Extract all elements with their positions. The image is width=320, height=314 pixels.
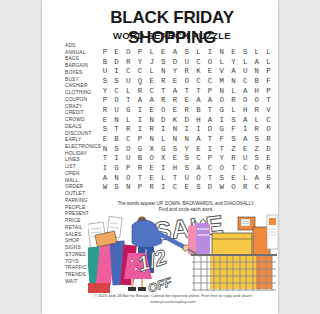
grid-cell-r4c8[interactable]: O — [181, 77, 193, 87]
shoe — [138, 287, 146, 291]
grid-cell-r8c12[interactable]: S — [228, 116, 240, 126]
grid-cell-r7c14[interactable]: R — [251, 106, 263, 116]
grid-cell-r5c2[interactable]: C — [111, 87, 123, 97]
grid-cell-r4c12[interactable]: N — [228, 77, 240, 87]
grid-cell-r6c7[interactable]: R — [169, 96, 181, 106]
grid-cell-r5c3[interactable]: L — [122, 87, 134, 97]
grid-cell-r7c10[interactable]: T — [204, 106, 216, 116]
grid-cell-r3c15[interactable]: P — [263, 67, 275, 77]
grid-cell-r6c3[interactable]: T — [122, 96, 134, 106]
grid-cell-r2c6[interactable]: S — [157, 58, 169, 68]
word-list-item: DEALS — [65, 124, 101, 131]
word-list-item: BAGS — [65, 56, 101, 63]
grid-cell-r10c4[interactable]: P — [134, 135, 146, 145]
grid-cell-r2c7[interactable]: D — [169, 58, 181, 68]
grid-cell-r5c13[interactable]: A — [239, 87, 251, 97]
grid-cell-r13c12[interactable]: T — [228, 164, 240, 174]
grid-cell-r6c10[interactable]: A — [204, 96, 216, 106]
grid-cell-r9c7[interactable]: N — [169, 125, 181, 135]
grid-cell-r13c10[interactable]: C — [204, 164, 216, 174]
grid-cell-r1c5[interactable]: L — [146, 48, 158, 58]
grid-cell-r14c3[interactable]: O — [122, 174, 134, 184]
grid-cell-r12c1[interactable]: T — [99, 154, 111, 164]
grid-cell-r14c6[interactable]: L — [157, 174, 169, 184]
grid-cell-r15c13[interactable]: R — [239, 183, 251, 193]
grid-cell-r12c5[interactable]: O — [146, 154, 158, 164]
grid-cell-r5c10[interactable]: P — [204, 87, 216, 97]
grid-cell-r13c9[interactable]: A — [193, 164, 205, 174]
word-list-item: HOLIDAY — [65, 151, 101, 158]
grid-cell-r7c4[interactable]: I — [134, 106, 146, 116]
grid-cell-r9c2[interactable]: T — [111, 125, 123, 135]
word-list-item: LIST — [65, 164, 101, 171]
grid-cell-r13c8[interactable]: S — [181, 164, 193, 174]
word-list-item: CREDIT — [65, 110, 101, 117]
grid-cell-r9c9[interactable]: I — [193, 125, 205, 135]
grid-cell-r12c10[interactable]: P — [204, 154, 216, 164]
grid-cell-r8c10[interactable]: A — [204, 116, 216, 126]
grid-cell-r15c12[interactable]: O — [228, 183, 240, 193]
grid-cell-r7c15[interactable]: V — [263, 106, 275, 116]
word-list-item: LINES — [65, 157, 101, 164]
grid-cell-r6c6[interactable]: R — [157, 96, 169, 106]
grid-cell-r13c15[interactable]: R — [263, 164, 275, 174]
grid-cell-r14c13[interactable]: L — [239, 174, 251, 184]
grid-cell-r12c7[interactable]: E — [169, 154, 181, 164]
grid-cell-r10c14[interactable]: S — [251, 135, 263, 145]
grid-cell-r9c5[interactable]: R — [146, 125, 158, 135]
grid-cell-r13c5[interactable]: E — [146, 164, 158, 174]
grid-cell-r2c9[interactable]: C — [193, 58, 205, 68]
grid-cell-r3c2[interactable]: I — [111, 67, 123, 77]
grid-cell-r9c6[interactable]: I — [157, 125, 169, 135]
letter-grid: PEOPLEASLINESLLBDRYJSDUCOLYLALUICCLNYRKE… — [99, 48, 274, 193]
grid-cell-r13c4[interactable]: R — [134, 164, 146, 174]
grid-cell-r14c7[interactable]: T — [169, 174, 181, 184]
grid-cell-r1c15[interactable]: L — [263, 48, 275, 58]
grid-cell-r13c3[interactable]: P — [122, 164, 134, 174]
grid-cell-r3c11[interactable]: V — [216, 67, 228, 77]
grid-cell-r6c5[interactable]: A — [146, 96, 158, 106]
grid-cell-r2c11[interactable]: L — [216, 58, 228, 68]
grid-cell-r9c12[interactable]: F — [228, 125, 240, 135]
grid-cell-r8c13[interactable]: A — [239, 116, 251, 126]
grid-cell-r8c8[interactable]: D — [181, 116, 193, 126]
grid-cell-r3c13[interactable]: U — [239, 67, 251, 77]
grid-cell-r2c3[interactable]: R — [122, 58, 134, 68]
grid-cell-r7c2[interactable]: U — [111, 106, 123, 116]
grid-cell-r2c8[interactable]: U — [181, 58, 193, 68]
grid-cell-r8c14[interactable]: L — [251, 116, 263, 126]
grid-cell-r1c11[interactable]: N — [216, 48, 228, 58]
footer: © 2020 Jodi Jill Not for Resale. Cannot … — [70, 294, 276, 305]
grid-cell-r15c9[interactable]: S — [193, 183, 205, 193]
grid-cell-r4c1[interactable]: S — [99, 77, 111, 87]
grid-cell-r2c5[interactable]: J — [146, 58, 158, 68]
grid-cell-r6c2[interactable]: O — [111, 96, 123, 106]
grid-cell-r13c1[interactable]: I — [99, 164, 111, 174]
grid-cell-r8c5[interactable]: N — [146, 116, 158, 126]
word-list-item: ORDER — [65, 184, 101, 191]
grid-cell-r13c2[interactable]: G — [111, 164, 123, 174]
yellow-box — [212, 233, 252, 255]
grid-cell-r11c15[interactable]: D — [263, 145, 275, 155]
word-list-item: CLOTHING — [65, 90, 101, 97]
grid-cell-r6c13[interactable]: O — [239, 96, 251, 106]
grid-cell-r10c3[interactable]: C — [122, 135, 134, 145]
grid-cell-r15c15[interactable]: K — [263, 183, 275, 193]
grid-cell-r2c12[interactable]: Y — [228, 58, 240, 68]
grid-cell-r7c5[interactable]: E — [146, 106, 158, 116]
grid-cell-r5c11[interactable]: N — [216, 87, 228, 97]
grid-cell-r10c1[interactable]: E — [99, 135, 111, 145]
grid-cell-r4c3[interactable]: U — [122, 77, 134, 87]
instructions-line1: The words appear UP, DOWN, BACKWARDS, an… — [97, 201, 275, 207]
grid-cell-r8c6[interactable]: D — [157, 116, 169, 126]
grid-cell-r9c3[interactable]: R — [122, 125, 134, 135]
grid-cell-r12c4[interactable]: B — [134, 154, 146, 164]
grid-cell-r2c10[interactable]: O — [204, 58, 216, 68]
grid-cell-r2c1[interactable]: B — [99, 58, 111, 68]
word-list-item: EARLY — [65, 137, 101, 144]
grid-cell-r4c9[interactable]: C — [193, 77, 205, 87]
grid-cell-r8c4[interactable]: I — [134, 116, 146, 126]
grid-cell-r12c15[interactable]: E — [263, 154, 275, 164]
grid-cell-r14c5[interactable]: E — [146, 174, 158, 184]
grid-cell-r8c7[interactable]: K — [169, 116, 181, 126]
grid-cell-r12c8[interactable]: S — [181, 154, 193, 164]
grid-cell-r6c12[interactable]: R — [228, 96, 240, 106]
price-tag — [241, 219, 250, 226]
grid-cell-r15c10[interactable]: D — [204, 183, 216, 193]
grid-cell-r3c14[interactable]: N — [251, 67, 263, 77]
grid-cell-r5c1[interactable]: Y — [99, 87, 111, 97]
website-url: www.puzzlestoplay.com — [70, 299, 276, 305]
word-list-item: BOXES — [65, 70, 101, 77]
grid-cell-r6c4[interactable]: A — [134, 96, 146, 106]
grid-cell-r1c13[interactable]: S — [239, 48, 251, 58]
grid-cell-r14c11[interactable]: S — [216, 174, 228, 184]
grid-cell-r9c1[interactable]: S — [99, 125, 111, 135]
grid-cell-r7c8[interactable]: R — [181, 106, 193, 116]
word-list-item: OPEN — [65, 171, 101, 178]
grid-cell-r13c13[interactable]: C — [239, 164, 251, 174]
word-list-item: CRAZY — [65, 104, 101, 111]
grid-cell-r3c5[interactable]: L — [146, 67, 158, 77]
grid-cell-r15c5[interactable]: R — [146, 183, 158, 193]
grid-cell-r12c13[interactable]: U — [239, 154, 251, 164]
grid-cell-r15c14[interactable]: C — [251, 183, 263, 193]
grid-cell-r3c12[interactable]: A — [228, 67, 240, 77]
grid-cell-r6c14[interactable]: O — [251, 96, 263, 106]
grid-cell-r11c6[interactable]: G — [157, 145, 169, 155]
grid-cell-r13c6[interactable]: I — [157, 164, 169, 174]
grid-cell-r10c11[interactable]: F — [216, 135, 228, 145]
grid-cell-r14c12[interactable]: E — [228, 174, 240, 184]
word-list-item: OUTLET — [65, 191, 101, 198]
word-list-item: MALL — [65, 178, 101, 185]
grid-cell-r14c2[interactable]: N — [111, 174, 123, 184]
grid-cell-r7c12[interactable]: L — [228, 106, 240, 116]
grid-cell-r3c7[interactable]: Y — [169, 67, 181, 77]
grid-cell-r5c8[interactable]: T — [181, 87, 193, 97]
grid-cell-r3c3[interactable]: C — [122, 67, 134, 77]
grid-cell-r11c8[interactable]: Y — [181, 145, 193, 155]
grid-cell-r7c6[interactable]: O — [157, 106, 169, 116]
grid-cell-r4c4[interactable]: Q — [134, 77, 146, 87]
grid-cell-r1c2[interactable]: E — [111, 48, 123, 58]
word-list-item: CROWD — [65, 117, 101, 124]
grid-cell-r3c1[interactable]: U — [99, 67, 111, 77]
grid-cell-r12c2[interactable]: I — [111, 154, 123, 164]
grid-cell-r6c1[interactable]: P — [99, 96, 111, 106]
grid-cell-r14c8[interactable]: U — [181, 174, 193, 184]
grid-cell-r1c8[interactable]: S — [181, 48, 193, 58]
grid-cell-r4c11[interactable]: M — [216, 77, 228, 87]
grid-cell-r7c7[interactable]: E — [169, 106, 181, 116]
instructions: The words appear UP, DOWN, BACKWARDS, an… — [97, 201, 275, 213]
grid-cell-r4c13[interactable]: C — [239, 77, 251, 87]
word-list-item: PEOPLE — [65, 205, 101, 212]
grid-cell-r4c5[interactable]: E — [146, 77, 158, 87]
grid-cell-r9c10[interactable]: D — [204, 125, 216, 135]
grid-cell-r6c11[interactable]: O — [216, 96, 228, 106]
red-cloth — [88, 283, 110, 293]
page-subtitle: WORD SEARCH PUZZLE — [68, 30, 276, 41]
grid-cell-r15c4[interactable]: P — [134, 183, 146, 193]
grid-cell-r13c11[interactable]: O — [216, 164, 228, 174]
grid-cell-r9c8[interactable]: I — [181, 125, 193, 135]
grid-cell-r5c14[interactable]: H — [251, 87, 263, 97]
word-list-item: ADS — [65, 43, 101, 50]
grid-cell-r6c8[interactable]: E — [181, 96, 193, 106]
puzzle-page: BLACK FRIDAY SHOPPING WORD SEARCH PUZZLE… — [42, 0, 278, 314]
word-list-item: BUSY — [65, 77, 101, 84]
grid-cell-r4c15[interactable]: F — [263, 77, 275, 87]
grid-cell-r14c15[interactable]: S — [263, 174, 275, 184]
grid-cell-r5c5[interactable]: C — [146, 87, 158, 97]
grid-cell-r15c3[interactable]: N — [122, 183, 134, 193]
grid-cell-r8c1[interactable]: E — [99, 116, 111, 126]
grid-cell-r2c14[interactable]: A — [251, 58, 263, 68]
grid-cell-r14c1[interactable]: A — [99, 174, 111, 184]
grid-cell-r11c13[interactable]: E — [239, 145, 251, 155]
grid-cell-r7c9[interactable]: B — [193, 106, 205, 116]
grid-cell-r11c10[interactable]: I — [204, 145, 216, 155]
grid-cell-r6c15[interactable]: T — [263, 96, 275, 106]
grid-cell-r5c7[interactable]: A — [169, 87, 181, 97]
grid-cell-r9c14[interactable]: R — [251, 125, 263, 135]
word-list-item: PARKING — [65, 198, 101, 205]
grid-cell-r11c1[interactable]: N — [99, 145, 111, 155]
grid-cell-r11c4[interactable]: G — [134, 145, 146, 155]
grid-cell-r1c12[interactable]: E — [228, 48, 240, 58]
grid-cell-r10c13[interactable]: A — [239, 135, 251, 145]
grid-cell-r10c9[interactable]: A — [193, 135, 205, 145]
grid-cell-r3c10[interactable]: E — [204, 67, 216, 77]
word-list-item: DISCOUNT — [65, 131, 101, 138]
grid-cell-r1c7[interactable]: A — [169, 48, 181, 58]
grid-cell-r8c2[interactable]: N — [111, 116, 123, 126]
grid-cell-r11c5[interactable]: X — [146, 145, 158, 155]
grid-cell-r11c11[interactable]: T — [216, 145, 228, 155]
grid-cell-r5c15[interactable]: P — [263, 87, 275, 97]
grid-cell-r15c7[interactable]: C — [169, 183, 181, 193]
grid-cell-r9c11[interactable]: G — [216, 125, 228, 135]
grid-cell-r1c4[interactable]: P — [134, 48, 146, 58]
grid-cell-r11c7[interactable]: S — [169, 145, 181, 155]
grid-cell-r8c3[interactable]: L — [122, 116, 134, 126]
grid-cell-r9c4[interactable]: I — [134, 125, 146, 135]
grid-cell-r3c9[interactable]: K — [193, 67, 205, 77]
shoe — [128, 287, 136, 291]
shopping-scene-illustration: SALE — [88, 213, 278, 293]
grid-cell-r13c7[interactable]: H — [169, 164, 181, 174]
grid-cell-r2c13[interactable]: L — [239, 58, 251, 68]
grid-cell-r7c1[interactable]: R — [99, 106, 111, 116]
grid-cell-r8c15[interactable]: C — [263, 116, 275, 126]
page-title: BLACK FRIDAY SHOPPING — [68, 8, 276, 48]
grid-cell-r14c14[interactable]: A — [251, 174, 263, 184]
grid-cell-r3c4[interactable]: C — [134, 67, 146, 77]
grid-cell-r10c5[interactable]: N — [146, 135, 158, 145]
grid-cell-r5c6[interactable]: T — [157, 87, 169, 97]
grid-cell-r12c3[interactable]: U — [122, 154, 134, 164]
grid-cell-r13c14[interactable]: D — [251, 164, 263, 174]
grid-cell-r11c9[interactable]: E — [193, 145, 205, 155]
shopping-cart — [188, 217, 277, 291]
grid-cell-r15c1[interactable]: W — [99, 183, 111, 193]
grid-cell-r4c7[interactable]: E — [169, 77, 181, 87]
grid-cell-r15c6[interactable]: I — [157, 183, 169, 193]
grid-cell-r4c10[interactable]: C — [204, 77, 216, 87]
grid-cell-r5c9[interactable]: T — [193, 87, 205, 97]
grid-cell-r10c10[interactable]: T — [204, 135, 216, 145]
grid-cell-r14c10[interactable]: T — [204, 174, 216, 184]
grid-cell-r15c2[interactable]: S — [111, 183, 123, 193]
grid-cell-r8c9[interactable]: H — [193, 116, 205, 126]
word-list-item: CASHIER — [65, 83, 101, 90]
grid-cell-r11c14[interactable]: Z — [251, 145, 263, 155]
grid-cell-r5c12[interactable]: L — [228, 87, 240, 97]
grid-cell-r14c9[interactable]: O — [193, 174, 205, 184]
grid-cell-r10c8[interactable]: N — [181, 135, 193, 145]
grid-cell-r15c8[interactable]: E — [181, 183, 193, 193]
word-list-item: ANNUAL — [65, 50, 101, 57]
grid-cell-r4c6[interactable]: R — [157, 77, 169, 87]
grid-cell-r7c13[interactable]: H — [239, 106, 251, 116]
grid-cell-r1c3[interactable]: O — [122, 48, 134, 58]
grid-cell-r1c9[interactable]: L — [193, 48, 205, 58]
grid-cell-r1c1[interactable]: P — [99, 48, 111, 58]
grid-cell-r2c4[interactable]: Y — [134, 58, 146, 68]
grid-cell-r5c4[interactable]: R — [134, 87, 146, 97]
grid-cell-r4c2[interactable]: S — [111, 77, 123, 87]
grid-cell-r1c6[interactable]: E — [157, 48, 169, 58]
grid-cell-r10c12[interactable]: S — [228, 135, 240, 145]
grid-cell-r1c10[interactable]: I — [204, 48, 216, 58]
grid-cell-r2c2[interactable]: D — [111, 58, 123, 68]
grid-cell-r12c14[interactable]: S — [251, 154, 263, 164]
grid-cell-r11c2[interactable]: S — [111, 145, 123, 155]
grid-cell-r15c11[interactable]: W — [216, 183, 228, 193]
grid-cell-r11c12[interactable]: Z — [228, 145, 240, 155]
grid-cell-r11c3[interactable]: O — [122, 145, 134, 155]
grid-cell-r12c12[interactable]: R — [228, 154, 240, 164]
grid-cell-r6c9[interactable]: A — [193, 96, 205, 106]
grid-cell-r8c11[interactable]: I — [216, 116, 228, 126]
grid-cell-r4c14[interactable]: B — [251, 77, 263, 87]
grid-cell-r9c15[interactable]: O — [263, 125, 275, 135]
grid-cell-r10c6[interactable]: L — [157, 135, 169, 145]
grid-cell-r1c14[interactable]: L — [251, 48, 263, 58]
grid-cell-r3c8[interactable]: R — [181, 67, 193, 77]
word-list-item: ELECTRONICS — [65, 144, 101, 151]
grid-cell-r12c9[interactable]: C — [193, 154, 205, 164]
grid-cell-r7c11[interactable]: G — [216, 106, 228, 116]
grid-cell-r14c4[interactable]: T — [134, 174, 146, 184]
word-list-item: COUPON — [65, 97, 101, 104]
grid-cell-r10c2[interactable]: B — [111, 135, 123, 145]
word-list-item: BARGAIN — [65, 63, 101, 70]
grid-cell-r10c7[interactable]: N — [169, 135, 181, 145]
grid-cell-r12c11[interactable]: Y — [216, 154, 228, 164]
grid-cell-r2c15[interactable]: L — [263, 58, 275, 68]
grid-cell-r10c15[interactable]: R — [263, 135, 275, 145]
sale-sign — [267, 215, 278, 249]
grid-cell-r7c3[interactable]: G — [122, 106, 134, 116]
grid-cell-r9c13[interactable]: I — [239, 125, 251, 135]
grid-cell-r3c6[interactable]: N — [157, 67, 169, 77]
grid-cell-r12c6[interactable]: X — [157, 154, 169, 164]
